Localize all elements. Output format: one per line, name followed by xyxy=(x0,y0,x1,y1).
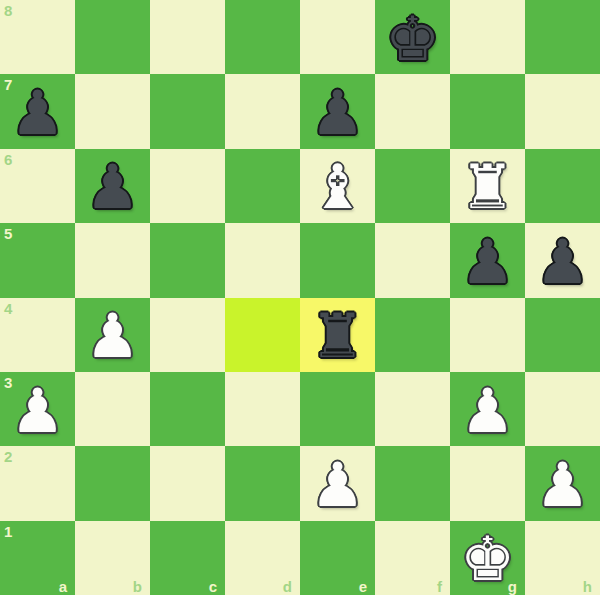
square-d4[interactable] xyxy=(225,298,300,372)
black-pawn-a7[interactable]: ♟ xyxy=(10,82,65,143)
black-pawn-b6[interactable]: ♟ xyxy=(85,156,140,217)
square-h8[interactable] xyxy=(525,0,600,74)
square-c2[interactable] xyxy=(150,446,225,520)
white-pawn-e2[interactable]: ♟ xyxy=(310,454,365,515)
square-e7[interactable]: ♟ xyxy=(300,74,375,148)
square-e4[interactable]: ♜ xyxy=(300,298,375,372)
square-c1[interactable]: c xyxy=(150,521,225,595)
square-e3[interactable] xyxy=(300,372,375,446)
square-c8[interactable] xyxy=(150,0,225,74)
file-label-e: e xyxy=(359,578,367,595)
square-d8[interactable] xyxy=(225,0,300,74)
square-h2[interactable]: ♟ xyxy=(525,446,600,520)
square-c4[interactable] xyxy=(150,298,225,372)
black-king-f8[interactable]: ♚ xyxy=(385,8,440,69)
white-pawn-b4[interactable]: ♟ xyxy=(85,305,140,366)
square-b7[interactable] xyxy=(75,74,150,148)
square-a8[interactable]: 8 xyxy=(0,0,75,74)
square-a2[interactable]: 2 xyxy=(0,446,75,520)
square-f4[interactable] xyxy=(375,298,450,372)
square-f3[interactable] xyxy=(375,372,450,446)
square-f6[interactable] xyxy=(375,149,450,223)
file-label-c: c xyxy=(209,578,217,595)
square-b4[interactable]: ♟ xyxy=(75,298,150,372)
square-f5[interactable] xyxy=(375,223,450,297)
white-rook-g6[interactable]: ♜ xyxy=(460,156,515,217)
file-label-a: a xyxy=(59,578,67,595)
square-b8[interactable] xyxy=(75,0,150,74)
square-d5[interactable] xyxy=(225,223,300,297)
chess-board-container: 8♚7♟♟6♟♝♜5♟♟4♟♜3♟♟2♟♟1abcdefg♚h xyxy=(0,0,600,595)
square-d3[interactable] xyxy=(225,372,300,446)
chess-board: 8♚7♟♟6♟♝♜5♟♟4♟♜3♟♟2♟♟1abcdefg♚h xyxy=(0,0,600,595)
square-h1[interactable]: h xyxy=(525,521,600,595)
white-pawn-a3[interactable]: ♟ xyxy=(10,380,65,441)
square-a6[interactable]: 6 xyxy=(0,149,75,223)
square-g4[interactable] xyxy=(450,298,525,372)
rank-label-1: 1 xyxy=(4,523,12,540)
square-f1[interactable]: f xyxy=(375,521,450,595)
rank-label-4: 4 xyxy=(4,300,12,317)
square-g1[interactable]: g♚ xyxy=(450,521,525,595)
white-bishop-e6[interactable]: ♝ xyxy=(310,156,365,217)
square-a4[interactable]: 4 xyxy=(0,298,75,372)
square-h4[interactable] xyxy=(525,298,600,372)
square-d7[interactable] xyxy=(225,74,300,148)
square-c3[interactable] xyxy=(150,372,225,446)
black-pawn-g5[interactable]: ♟ xyxy=(460,231,515,292)
square-h6[interactable] xyxy=(525,149,600,223)
rank-label-8: 8 xyxy=(4,2,12,19)
square-g3[interactable]: ♟ xyxy=(450,372,525,446)
file-label-h: h xyxy=(583,578,592,595)
square-h3[interactable] xyxy=(525,372,600,446)
square-b5[interactable] xyxy=(75,223,150,297)
square-e5[interactable] xyxy=(300,223,375,297)
square-g8[interactable] xyxy=(450,0,525,74)
rank-label-2: 2 xyxy=(4,448,12,465)
square-e8[interactable] xyxy=(300,0,375,74)
square-g7[interactable] xyxy=(450,74,525,148)
file-label-f: f xyxy=(437,578,442,595)
file-label-d: d xyxy=(283,578,292,595)
square-c6[interactable] xyxy=(150,149,225,223)
square-g2[interactable] xyxy=(450,446,525,520)
black-pawn-h5[interactable]: ♟ xyxy=(535,231,590,292)
square-h5[interactable]: ♟ xyxy=(525,223,600,297)
white-pawn-g3[interactable]: ♟ xyxy=(460,380,515,441)
square-a1[interactable]: 1a xyxy=(0,521,75,595)
square-b3[interactable] xyxy=(75,372,150,446)
square-c5[interactable] xyxy=(150,223,225,297)
square-c7[interactable] xyxy=(150,74,225,148)
square-f2[interactable] xyxy=(375,446,450,520)
square-a5[interactable]: 5 xyxy=(0,223,75,297)
square-a7[interactable]: 7♟ xyxy=(0,74,75,148)
square-g6[interactable]: ♜ xyxy=(450,149,525,223)
square-b1[interactable]: b xyxy=(75,521,150,595)
square-b6[interactable]: ♟ xyxy=(75,149,150,223)
square-g5[interactable]: ♟ xyxy=(450,223,525,297)
square-d1[interactable]: d xyxy=(225,521,300,595)
square-f8[interactable]: ♚ xyxy=(375,0,450,74)
black-rook-e4[interactable]: ♜ xyxy=(310,305,365,366)
white-pawn-h2[interactable]: ♟ xyxy=(535,454,590,515)
square-a3[interactable]: 3♟ xyxy=(0,372,75,446)
rank-label-5: 5 xyxy=(4,225,12,242)
square-d2[interactable] xyxy=(225,446,300,520)
square-d6[interactable] xyxy=(225,149,300,223)
square-e1[interactable]: e xyxy=(300,521,375,595)
white-king-g1[interactable]: ♚ xyxy=(460,528,515,589)
square-b2[interactable] xyxy=(75,446,150,520)
black-pawn-e7[interactable]: ♟ xyxy=(310,82,365,143)
rank-label-6: 6 xyxy=(4,151,12,168)
square-e6[interactable]: ♝ xyxy=(300,149,375,223)
file-label-b: b xyxy=(133,578,142,595)
square-f7[interactable] xyxy=(375,74,450,148)
square-h7[interactable] xyxy=(525,74,600,148)
square-e2[interactable]: ♟ xyxy=(300,446,375,520)
